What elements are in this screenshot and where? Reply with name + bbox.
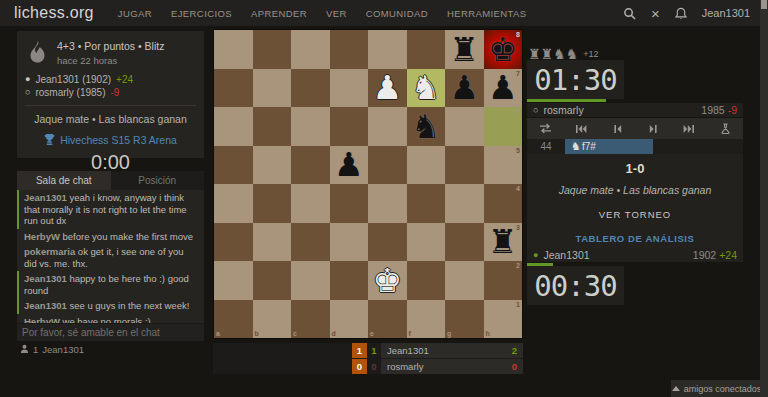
black-time-bar [527, 99, 606, 102]
coord-file-c: c [293, 330, 297, 337]
white-clock: 00:30 [527, 266, 624, 305]
standing-score: 0 [512, 361, 517, 372]
square-b5[interactable] [253, 146, 292, 185]
online-dot-icon: ● [533, 250, 538, 260]
move-list: 44 ♞ f7# [527, 139, 743, 154]
square-f3[interactable] [407, 223, 446, 262]
white-knight: ♞ [407, 69, 446, 108]
square-c2[interactable] [291, 261, 330, 300]
top-navbar: lichess.org JUGAREJERCICIOSAPRENDERVERCO… [0, 0, 768, 26]
blitz-flame-icon [27, 40, 49, 66]
chat-input[interactable] [17, 323, 204, 341]
square-g8[interactable]: ♜ [445, 30, 484, 69]
black-rating-delta: -9 [728, 104, 737, 116]
scrollbar-thumb[interactable] [761, 0, 767, 9]
coord-file-a: a [216, 330, 220, 337]
square-f2[interactable] [407, 261, 446, 300]
coord-file-f: f [409, 330, 411, 337]
white-pawn: ♟ [368, 69, 407, 108]
knight-glyph: ♞ [571, 140, 581, 153]
tab-chat-room[interactable]: Sala de chat [17, 171, 111, 190]
white-player-line: ● Jean1301 (1902) +24 [25, 73, 196, 86]
nav-item-herramientas[interactable]: HERRAMIENTAS [447, 8, 527, 19]
square-e5[interactable] [368, 146, 407, 185]
square-f7[interactable]: ♞ [407, 69, 446, 108]
coord-file-b: b [255, 330, 259, 337]
bell-icon[interactable] [675, 7, 687, 20]
square-f6[interactable]: ♞ [407, 107, 446, 146]
nav-item-ver[interactable]: VER [326, 8, 347, 19]
navbar-right: × Jean1301 [623, 0, 750, 26]
chat-message: Jean1301 yeah i know, anyway i think tha… [17, 190, 204, 229]
nav-item-aprender[interactable]: APRENDER [251, 8, 307, 19]
chat-message: pokermaria ok get it, i see one of you d… [17, 244, 204, 271]
square-a5[interactable] [214, 146, 253, 185]
coord-rank-8: 8 [516, 31, 520, 38]
square-b2[interactable] [253, 261, 292, 300]
square-d7[interactable] [330, 69, 369, 108]
standing-score: 2 [512, 345, 517, 356]
friends-online-bar[interactable]: amigos conectados [671, 380, 762, 397]
view-tournament-button[interactable]: VER TORNEO [527, 209, 743, 220]
previous-move-icon[interactable] [604, 121, 630, 136]
result-description: Jaque mate • Las blancas ganan [527, 184, 743, 196]
time-control-label: 4+3 • Por puntos • Blitz [57, 40, 164, 52]
square-a6[interactable] [214, 107, 253, 146]
square-h2[interactable]: 2 [484, 261, 523, 300]
black-clock: 01:30 [527, 60, 624, 99]
square-h4[interactable]: 4 [484, 184, 523, 223]
square-h1[interactable]: h1 [484, 300, 523, 339]
black-rating: 1985 [701, 104, 724, 116]
standing-player-name[interactable]: rosmarly [387, 361, 423, 372]
username-menu[interactable]: Jean1301 [702, 7, 750, 19]
black-rating-delta: -9 [110, 86, 119, 99]
standing-row: 0 0 rosmarly 0 [352, 359, 523, 374]
square-a4[interactable] [214, 184, 253, 223]
tournament-link[interactable]: Hivechess S15 R3 Arena [17, 133, 204, 147]
lichess-game-page: lichess.org JUGAREJERCICIOSAPRENDERVERCO… [0, 0, 768, 397]
black-player-name[interactable]: rosmarly (1985) [35, 86, 105, 99]
friends-online-label: amigos conectados [684, 384, 762, 394]
analysis-flask-icon[interactable] [712, 121, 738, 136]
square-h3[interactable]: 3♜ [484, 223, 523, 262]
result-box: 1-0 Jaque mate • Las blancas ganan VER T… [527, 154, 743, 248]
coord-file-e: e [370, 330, 374, 337]
square-h7[interactable]: 7♟ [484, 69, 523, 108]
square-f1[interactable]: f [407, 300, 446, 339]
square-d2[interactable] [330, 261, 369, 300]
lichess-logo[interactable]: lichess.org [14, 4, 94, 22]
divider [25, 105, 196, 106]
square-f8[interactable] [407, 30, 446, 69]
standing-rank: 0 [367, 359, 381, 374]
square-f5[interactable] [407, 146, 446, 185]
standing-rank: 1 [367, 343, 381, 358]
square-c5[interactable] [291, 146, 330, 185]
black-color-icon: ○ [533, 105, 538, 115]
white-rating-delta: +24 [116, 73, 133, 86]
spectator-names[interactable]: Jean1301 [42, 344, 84, 355]
standing-result: 0 [352, 359, 367, 374]
square-a1[interactable]: a [214, 300, 253, 339]
square-e7[interactable]: ♟ [368, 69, 407, 108]
square-d1[interactable]: d [330, 300, 369, 339]
chat-message: HerbyW we have no morals :) [17, 314, 204, 324]
square-b1[interactable]: b [253, 300, 292, 339]
square-d8[interactable] [330, 30, 369, 69]
square-c7[interactable] [291, 69, 330, 108]
next-move-icon[interactable] [640, 121, 666, 136]
coord-file-h: h [486, 330, 490, 337]
black-pawn: ♟ [445, 69, 484, 108]
game-time-ago: hace 22 horas [57, 55, 164, 66]
chat-message: HerbyW before you make the first move [17, 229, 204, 245]
square-e4[interactable] [368, 184, 407, 223]
square-e1[interactable]: e [368, 300, 407, 339]
square-b6[interactable] [253, 107, 292, 146]
nav-item-ejercicios[interactable]: EJERCICIOS [171, 8, 232, 19]
page-scrollbar [760, 0, 768, 397]
square-a7[interactable] [214, 69, 253, 108]
trophy-icon [44, 133, 55, 147]
chat-tabs: Sala de chat Posición [17, 171, 204, 190]
coord-file-d: d [332, 330, 336, 337]
move-san: f7# [582, 141, 596, 152]
nav-item-comunidad[interactable]: COMUNIDAD [366, 8, 428, 19]
last-move-icon[interactable] [676, 121, 702, 136]
square-c4[interactable] [291, 184, 330, 223]
square-g7[interactable]: ♟ [445, 69, 484, 108]
white-player-name: Jean1301 [543, 249, 589, 261]
square-h8[interactable]: 8♚ [484, 30, 523, 69]
game-info-panel: 4+3 • Por puntos • Blitz hace 22 horas ●… [17, 31, 204, 158]
tab-position[interactable]: Posición [111, 171, 205, 190]
square-g2[interactable] [445, 261, 484, 300]
black-knight: ♞ [407, 107, 446, 146]
square-e3[interactable] [368, 223, 407, 262]
coord-file-g: g [447, 330, 451, 337]
black-player-bar[interactable]: ○ rosmarly 1985 -9 [527, 103, 743, 117]
tournament-standing-strip: 1 1 Jean1301 2 0 0 rosmarly 0 [213, 343, 523, 374]
square-b3[interactable] [253, 223, 292, 262]
white-player-bar[interactable]: ● Jean1301 1902 +24 [527, 248, 743, 262]
black-player-name: rosmarly [543, 104, 583, 116]
spectators-line: 1 Jean1301 [20, 344, 84, 355]
square-a2[interactable] [214, 261, 253, 300]
material-advantage: +12 [583, 49, 598, 59]
square-f4[interactable] [407, 184, 446, 223]
square-c8[interactable] [291, 30, 330, 69]
selected-move[interactable]: ♞ f7# [565, 139, 653, 154]
move-number: 44 [527, 139, 565, 154]
square-g4[interactable] [445, 184, 484, 223]
square-g5[interactable] [445, 146, 484, 185]
main-nav: JUGAREJERCICIOSAPRENDERVERCOMUNIDADHERRA… [118, 8, 527, 19]
black-rook: ♜ [445, 30, 484, 69]
square-g3[interactable] [445, 223, 484, 262]
white-color-icon: ● [25, 73, 30, 86]
square-d3[interactable] [330, 223, 369, 262]
chat-message: Jean1301 see u guys in the next week! [17, 298, 204, 314]
square-b4[interactable] [253, 184, 292, 223]
square-g6[interactable] [445, 107, 484, 146]
square-h6[interactable]: 6 [484, 107, 523, 146]
black-pawn: ♟ [484, 69, 523, 108]
square-d5[interactable]: ♟ [330, 146, 369, 185]
square-c3[interactable] [291, 223, 330, 262]
search-icon[interactable] [623, 7, 636, 20]
coord-rank-3: 3 [516, 224, 520, 231]
square-a8[interactable] [214, 30, 253, 69]
square-a3[interactable] [214, 223, 253, 262]
chat-message: Jean1301 happy to be here tho :) good ro… [17, 271, 204, 298]
standing-player-name[interactable]: Jean1301 [387, 345, 429, 356]
spectator-count: 1 [33, 344, 38, 355]
square-e2[interactable]: ♚ [368, 261, 407, 300]
result-score: 1-0 [527, 161, 743, 176]
tournament-name: Hivechess S15 R3 Arena [60, 134, 177, 146]
coord-rank-4: 4 [516, 185, 520, 192]
chevron-up-icon [672, 386, 680, 391]
nav-item-jugar[interactable]: JUGAR [118, 8, 152, 19]
cycle-icon[interactable] [532, 121, 558, 136]
coord-rank-5: 5 [516, 147, 520, 154]
game-result-text: Jaque mate • Las blancas ganan [17, 113, 204, 125]
coord-rank-2: 2 [516, 262, 520, 269]
square-d6[interactable] [330, 107, 369, 146]
coord-rank-7: 7 [516, 70, 520, 77]
standing-row: 1 1 Jean1301 2 [352, 343, 523, 358]
black-king: ♚ [484, 30, 523, 69]
coord-rank-1: 1 [516, 301, 520, 308]
white-rating-delta: +24 [719, 249, 737, 261]
black-pawn: ♟ [330, 146, 369, 185]
white-king: ♚ [368, 261, 407, 300]
square-b8[interactable] [253, 30, 292, 69]
square-c1[interactable]: c [291, 300, 330, 339]
chess-board[interactable]: ♜8♚♟♞♟7♟♞6♟543♜♚2abcdefgh1 [214, 30, 522, 338]
square-h5[interactable]: 5 [484, 146, 523, 185]
tournament-standing: 1 1 Jean1301 2 0 0 rosmarly 0 [352, 343, 523, 374]
first-move-icon[interactable] [568, 121, 594, 136]
black-rook: ♜ [484, 223, 523, 262]
black-color-icon: ○ [25, 86, 30, 99]
square-b7[interactable] [253, 69, 292, 108]
square-d4[interactable] [330, 184, 369, 223]
white-player-name[interactable]: Jean1301 (1902) [35, 73, 111, 86]
square-e6[interactable] [368, 107, 407, 146]
chat-message-list: Jean1301 yeah i know, anyway i think tha… [17, 190, 204, 323]
person-icon [20, 344, 29, 355]
replay-controls [527, 118, 743, 139]
square-g1[interactable]: g [445, 300, 484, 339]
white-rating: 1902 [693, 249, 716, 261]
black-player-line: ○ rosmarly (1985) -9 [25, 86, 196, 99]
close-icon[interactable]: × [651, 6, 660, 21]
analysis-board-link[interactable]: TABLERO DE ANÁLISIS [527, 233, 743, 244]
coord-rank-6: 6 [516, 108, 520, 115]
square-e8[interactable] [368, 30, 407, 69]
standing-result: 1 [352, 343, 367, 358]
square-c6[interactable] [291, 107, 330, 146]
